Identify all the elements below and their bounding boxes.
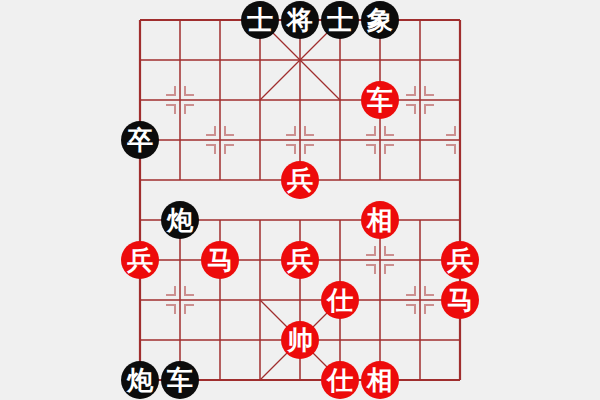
piece-red-elephant[interactable]: 相 [361, 201, 399, 239]
piece-red-elephant[interactable]: 相 [361, 361, 399, 399]
pieces-layer[interactable]: 士将士象车卒兵炮相兵马兵兵仕马帅炮车仕相 [120, 0, 480, 400]
piece-black-advisor[interactable]: 士 [321, 1, 359, 39]
xiangqi-board[interactable]: 士将士象车卒兵炮相兵马兵兵仕马帅炮车仕相 [0, 0, 600, 400]
piece-red-horse[interactable]: 马 [441, 281, 479, 319]
piece-black-general[interactable]: 将 [281, 1, 319, 39]
piece-black-elephant[interactable]: 象 [361, 1, 399, 39]
piece-red-soldier[interactable]: 兵 [281, 241, 319, 279]
piece-black-advisor[interactable]: 士 [241, 1, 279, 39]
piece-black-chariot[interactable]: 车 [161, 361, 199, 399]
piece-red-soldier[interactable]: 兵 [281, 161, 319, 199]
piece-red-general[interactable]: 帅 [281, 321, 319, 359]
piece-red-chariot[interactable]: 车 [361, 81, 399, 119]
piece-red-soldier[interactable]: 兵 [121, 241, 159, 279]
piece-black-cannon[interactable]: 炮 [161, 201, 199, 239]
piece-red-advisor[interactable]: 仕 [321, 361, 359, 399]
piece-black-soldier[interactable]: 卒 [121, 121, 159, 159]
piece-red-horse[interactable]: 马 [201, 241, 239, 279]
piece-red-advisor[interactable]: 仕 [321, 281, 359, 319]
piece-red-soldier[interactable]: 兵 [441, 241, 479, 279]
piece-black-cannon[interactable]: 炮 [121, 361, 159, 399]
